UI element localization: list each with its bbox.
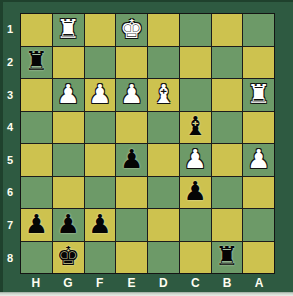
black-pawn-piece-c6[interactable]: ♟ <box>183 178 206 204</box>
white-pawn-piece-c5[interactable]: ♟ <box>183 146 206 172</box>
square-g2[interactable] <box>53 47 84 79</box>
square-a1[interactable] <box>243 14 274 46</box>
square-h1[interactable] <box>21 14 52 46</box>
rank-label-5: 5 <box>0 144 20 177</box>
white-bishop-piece-d3[interactable]: ♝ <box>152 81 175 107</box>
square-c4[interactable]: ♝ <box>180 112 211 144</box>
file-label-e: E <box>116 274 148 291</box>
black-king-piece-g8[interactable]: ♚ <box>56 243 79 269</box>
file-label-g: G <box>52 274 84 291</box>
square-h3[interactable] <box>21 79 52 111</box>
rank-label-1: 1 <box>0 13 20 46</box>
square-g1[interactable]: ♜ <box>53 14 84 46</box>
rank-label-6: 6 <box>0 176 20 209</box>
square-b3[interactable] <box>212 79 243 111</box>
black-pawn-piece-f7[interactable]: ♟ <box>88 211 111 237</box>
square-e7[interactable] <box>116 209 147 241</box>
square-e4[interactable] <box>116 112 147 144</box>
square-e3[interactable]: ♟ <box>116 79 147 111</box>
square-h4[interactable] <box>21 112 52 144</box>
square-a5[interactable]: ♟ <box>243 144 274 176</box>
white-rook-piece-a3[interactable]: ♜ <box>247 81 270 107</box>
white-pawn-piece-f3[interactable]: ♟ <box>88 81 111 107</box>
square-c6[interactable]: ♟ <box>180 177 211 209</box>
square-a7[interactable] <box>243 209 274 241</box>
square-e6[interactable] <box>116 177 147 209</box>
black-pawn-piece-h7[interactable]: ♟ <box>25 211 48 237</box>
square-a3[interactable]: ♜ <box>243 79 274 111</box>
file-label-d: D <box>148 274 180 291</box>
file-label-h: H <box>20 274 52 291</box>
square-d4[interactable] <box>148 112 179 144</box>
square-f5[interactable] <box>85 144 116 176</box>
square-b5[interactable] <box>212 144 243 176</box>
rank-label-2: 2 <box>0 46 20 79</box>
square-e1[interactable]: ♚ <box>116 14 147 46</box>
rank-label-8: 8 <box>0 241 20 274</box>
file-labels: HGFEDCBA <box>20 274 275 291</box>
white-pawn-piece-a5[interactable]: ♟ <box>247 146 270 172</box>
file-label-c: C <box>179 274 211 291</box>
file-label-f: F <box>84 274 116 291</box>
square-b4[interactable] <box>212 112 243 144</box>
square-g4[interactable] <box>53 112 84 144</box>
black-rook-piece-h2[interactable]: ♜ <box>25 48 48 74</box>
square-f7[interactable]: ♟ <box>85 209 116 241</box>
square-e8[interactable] <box>116 242 147 274</box>
black-pawn-piece-e5[interactable]: ♟ <box>120 146 143 172</box>
square-d5[interactable] <box>148 144 179 176</box>
square-b6[interactable] <box>212 177 243 209</box>
black-bishop-piece-c4[interactable]: ♝ <box>183 113 206 139</box>
square-h6[interactable] <box>21 177 52 209</box>
square-f8[interactable] <box>85 242 116 274</box>
white-pawn-piece-e3[interactable]: ♟ <box>120 81 143 107</box>
square-a2[interactable] <box>243 47 274 79</box>
square-f3[interactable]: ♟ <box>85 79 116 111</box>
square-d3[interactable]: ♝ <box>148 79 179 111</box>
square-c3[interactable] <box>180 79 211 111</box>
square-d8[interactable] <box>148 242 179 274</box>
square-f4[interactable] <box>85 112 116 144</box>
square-f2[interactable] <box>85 47 116 79</box>
file-label-a: A <box>243 274 275 291</box>
square-c8[interactable] <box>180 242 211 274</box>
chess-board: ♜♚♜♟♟♟♝♜♝♟♟♟♟♟♟♟♚♜ <box>20 13 275 274</box>
square-f6[interactable] <box>85 177 116 209</box>
square-b1[interactable] <box>212 14 243 46</box>
black-rook-piece-b8[interactable]: ♜ <box>215 243 238 269</box>
square-b8[interactable]: ♜ <box>212 242 243 274</box>
square-a8[interactable] <box>243 242 274 274</box>
white-pawn-piece-g3[interactable]: ♟ <box>56 81 79 107</box>
square-h2[interactable]: ♜ <box>21 47 52 79</box>
square-g3[interactable]: ♟ <box>53 79 84 111</box>
square-e5[interactable]: ♟ <box>116 144 147 176</box>
square-e2[interactable] <box>116 47 147 79</box>
black-pawn-piece-g7[interactable]: ♟ <box>56 211 79 237</box>
file-label-b: B <box>211 274 243 291</box>
square-d7[interactable] <box>148 209 179 241</box>
square-h7[interactable]: ♟ <box>21 209 52 241</box>
square-a6[interactable] <box>243 177 274 209</box>
square-d1[interactable] <box>148 14 179 46</box>
rank-label-4: 4 <box>0 111 20 144</box>
square-f1[interactable] <box>85 14 116 46</box>
square-c1[interactable] <box>180 14 211 46</box>
square-g8[interactable]: ♚ <box>53 242 84 274</box>
rank-labels: 12345678 <box>0 13 20 274</box>
square-h5[interactable] <box>21 144 52 176</box>
square-a4[interactable] <box>243 112 274 144</box>
square-g7[interactable]: ♟ <box>53 209 84 241</box>
square-b2[interactable] <box>212 47 243 79</box>
square-d2[interactable] <box>148 47 179 79</box>
square-b7[interactable] <box>212 209 243 241</box>
square-h8[interactable] <box>21 242 52 274</box>
white-rook-piece-g1[interactable]: ♜ <box>56 16 79 42</box>
square-g5[interactable] <box>53 144 84 176</box>
window-edge-strip <box>0 292 293 296</box>
white-king-piece-e1[interactable]: ♚ <box>120 16 143 42</box>
rank-label-3: 3 <box>0 78 20 111</box>
square-d6[interactable] <box>148 177 179 209</box>
square-c2[interactable] <box>180 47 211 79</box>
square-g6[interactable] <box>53 177 84 209</box>
chess-diagram: 12345678 ♜♚♜♟♟♟♝♜♝♟♟♟♟♟♟♟♚♜ HGFEDCBA <box>0 0 293 296</box>
square-c7[interactable] <box>180 209 211 241</box>
square-c5[interactable]: ♟ <box>180 144 211 176</box>
rank-label-7: 7 <box>0 209 20 242</box>
